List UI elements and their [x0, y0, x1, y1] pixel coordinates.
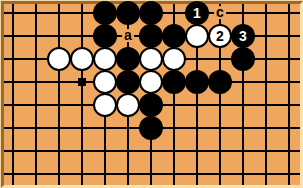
white-stone — [139, 47, 163, 71]
black-stone — [185, 70, 209, 94]
move-number: 2 — [216, 29, 224, 43]
grid-line-vertical — [58, 4, 60, 185]
black-stone — [139, 116, 163, 140]
black-stone — [139, 24, 163, 48]
white-stone — [47, 47, 71, 71]
move-number: 3 — [239, 29, 247, 43]
grid-line-vertical — [12, 4, 14, 185]
go-diagram: 123ac — [0, 0, 303, 188]
white-stone — [162, 47, 186, 71]
white-stone — [116, 93, 140, 117]
black-stone — [162, 70, 186, 94]
black-stone — [116, 1, 140, 25]
black-stone — [93, 24, 117, 48]
black-stone — [139, 93, 163, 117]
black-stone — [231, 47, 255, 71]
grid-line-vertical — [35, 4, 37, 185]
grid-line-horizontal — [4, 173, 300, 175]
black-stone — [116, 70, 140, 94]
black-stone — [139, 1, 163, 25]
go-board: 123ac — [1, 1, 303, 188]
white-stone — [185, 24, 209, 48]
square-mark — [78, 78, 86, 86]
white-stone — [70, 47, 94, 71]
white-stone — [93, 70, 117, 94]
grid-line-vertical — [288, 4, 290, 185]
point-label-c: c — [214, 6, 226, 19]
black-stone — [93, 1, 117, 25]
grid-line-vertical — [265, 4, 267, 185]
white-stone — [93, 93, 117, 117]
white-stone — [93, 47, 117, 71]
black-stone — [116, 47, 140, 71]
grid-line-horizontal — [4, 150, 300, 152]
black-stone: 1 — [185, 1, 209, 25]
white-stone — [139, 70, 163, 94]
grid-line-vertical — [81, 4, 83, 185]
point-label-a: a — [122, 29, 134, 42]
black-stone — [162, 24, 186, 48]
move-number: 1 — [193, 6, 201, 20]
black-stone: 3 — [231, 24, 255, 48]
black-stone — [208, 70, 232, 94]
white-stone: 2 — [208, 24, 232, 48]
